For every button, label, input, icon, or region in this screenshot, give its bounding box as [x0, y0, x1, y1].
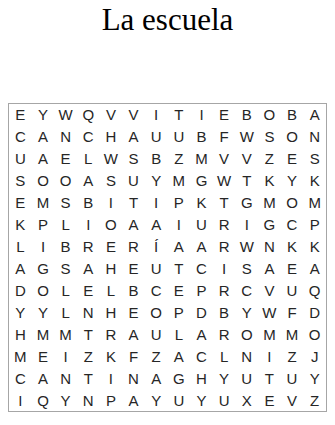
grid-cell[interactable]: Y — [32, 301, 55, 323]
grid-cell[interactable]: S — [303, 148, 326, 170]
grid-cell[interactable]: K — [100, 345, 123, 367]
grid-cell[interactable]: P — [100, 389, 123, 411]
grid-cell[interactable]: M — [32, 323, 55, 345]
grid-cell[interactable]: B — [77, 192, 100, 214]
grid-cell[interactable]: S — [54, 258, 77, 280]
grid-cell[interactable]: L — [100, 279, 123, 301]
grid-cell[interactable]: A — [303, 258, 326, 280]
grid-cell[interactable]: M — [190, 148, 213, 170]
grid-cell[interactable]: L — [54, 214, 77, 236]
grid-cell[interactable]: Z — [167, 148, 190, 170]
grid-cell[interactable]: B — [235, 104, 258, 126]
grid-cell[interactable]: G — [258, 214, 281, 236]
grid-cell[interactable]: V — [258, 279, 281, 301]
grid-cell[interactable]: W — [235, 236, 258, 258]
grid-cell[interactable]: E — [32, 345, 55, 367]
grid-cell[interactable]: S — [54, 192, 77, 214]
grid-cell[interactable]: I — [190, 104, 213, 126]
grid-cell[interactable]: Y — [145, 170, 168, 192]
grid-cell[interactable]: R — [213, 323, 236, 345]
grid-cell[interactable]: A — [145, 367, 168, 389]
grid-cell[interactable]: B — [145, 148, 168, 170]
grid-cell[interactable]: U — [235, 367, 258, 389]
grid-cell[interactable]: A — [122, 214, 145, 236]
grid-cell[interactable]: Y — [9, 301, 32, 323]
grid-cell[interactable]: M — [258, 192, 281, 214]
grid-cell[interactable]: I — [213, 258, 236, 280]
grid-cell[interactable]: B — [281, 104, 304, 126]
grid-cell[interactable]: R — [122, 236, 145, 258]
grid-cell[interactable]: U — [281, 367, 304, 389]
grid-cell[interactable]: I — [100, 367, 123, 389]
grid-cell[interactable]: Y — [190, 389, 213, 411]
grid-cell[interactable]: Y — [281, 170, 304, 192]
grid-cell[interactable]: O — [32, 279, 55, 301]
grid-cell[interactable]: R — [213, 279, 236, 301]
grid-cell[interactable]: E — [122, 301, 145, 323]
grid-cell[interactable]: U — [190, 214, 213, 236]
grid-cell[interactable]: A — [190, 236, 213, 258]
grid-cell[interactable]: Y — [145, 389, 168, 411]
grid-cell[interactable]: M — [281, 323, 304, 345]
grid-cell[interactable]: H — [100, 301, 123, 323]
grid-cell[interactable]: A — [190, 323, 213, 345]
grid-cell[interactable]: P — [167, 301, 190, 323]
grid-cell[interactable]: G — [167, 367, 190, 389]
grid-cell[interactable]: E — [122, 258, 145, 280]
grid-cell[interactable]: E — [9, 104, 32, 126]
grid-cell[interactable]: U — [145, 126, 168, 148]
grid-cell[interactable]: I — [54, 345, 77, 367]
grid-cell[interactable]: M — [167, 170, 190, 192]
grid-cell[interactable]: C — [9, 126, 32, 148]
grid-cell[interactable]: G — [190, 170, 213, 192]
grid-cell[interactable]: U — [167, 389, 190, 411]
word-search-page: La escuela EYWQVVITIEBOBACANCHAUUBFWSONU… — [0, 0, 335, 425]
grid-cell[interactable]: A — [167, 345, 190, 367]
grid-cell[interactable]: P — [32, 214, 55, 236]
grid-cell[interactable]: A — [9, 258, 32, 280]
grid-cell[interactable]: R — [213, 236, 236, 258]
grid-cell[interactable]: T — [77, 367, 100, 389]
grid-cell[interactable]: A — [258, 258, 281, 280]
grid-cell[interactable]: U — [122, 170, 145, 192]
grid-cell[interactable]: H — [100, 258, 123, 280]
grid-cell[interactable]: G — [235, 192, 258, 214]
grid-cell[interactable]: L — [77, 148, 100, 170]
grid-cell[interactable]: N — [122, 367, 145, 389]
grid-cell[interactable]: S — [100, 170, 123, 192]
grid-cell[interactable]: Í — [145, 236, 168, 258]
grid-cell[interactable]: A — [122, 323, 145, 345]
grid-cell[interactable]: V — [213, 148, 236, 170]
grid-cell[interactable]: C — [190, 345, 213, 367]
grid-cell[interactable]: N — [77, 301, 100, 323]
grid-cell[interactable]: R — [77, 236, 100, 258]
grid-cell[interactable]: R — [100, 323, 123, 345]
grid-cell[interactable]: I — [167, 214, 190, 236]
grid-cell[interactable]: T — [235, 170, 258, 192]
grid-cell[interactable]: H — [190, 367, 213, 389]
grid-cell[interactable]: T — [213, 192, 236, 214]
grid-cell[interactable]: I — [145, 192, 168, 214]
grid-cell[interactable]: Y — [213, 367, 236, 389]
grid-cell[interactable]: K — [9, 214, 32, 236]
grid-cell[interactable]: O — [100, 214, 123, 236]
grid-cell[interactable]: Y — [32, 104, 55, 126]
grid-cell[interactable]: A — [303, 104, 326, 126]
grid-cell[interactable]: L — [54, 301, 77, 323]
grid-cell[interactable]: L — [54, 279, 77, 301]
grid-cell[interactable]: Q — [303, 279, 326, 301]
grid-cell[interactable]: T — [77, 323, 100, 345]
grid-cell[interactable]: O — [281, 126, 304, 148]
grid-cell[interactable]: I — [77, 214, 100, 236]
grid-cell[interactable]: M — [303, 192, 326, 214]
grid-cell[interactable]: P — [167, 192, 190, 214]
grid-cell[interactable]: I — [9, 389, 32, 411]
grid-cell[interactable]: V — [235, 148, 258, 170]
grid-cell[interactable]: E — [167, 279, 190, 301]
grid-cell[interactable]: W — [258, 301, 281, 323]
grid-cell[interactable]: C — [9, 367, 32, 389]
grid-cell[interactable]: S — [235, 258, 258, 280]
grid-cell[interactable]: I — [100, 192, 123, 214]
grid-cell[interactable]: Z — [281, 345, 304, 367]
grid-cell[interactable]: C — [235, 279, 258, 301]
grid-cell[interactable]: N — [54, 126, 77, 148]
grid-cell[interactable]: D — [190, 301, 213, 323]
grid-cell[interactable]: A — [167, 236, 190, 258]
grid-cell[interactable]: Q — [32, 389, 55, 411]
grid-cell[interactable]: W — [235, 126, 258, 148]
grid-cell[interactable]: K — [303, 236, 326, 258]
grid-cell[interactable]: K — [281, 236, 304, 258]
grid-cell[interactable]: L — [213, 345, 236, 367]
grid-cell[interactable]: V — [100, 104, 123, 126]
grid-cell[interactable]: B — [190, 126, 213, 148]
grid-cell[interactable]: I — [145, 104, 168, 126]
grid-cell[interactable]: L — [9, 236, 32, 258]
grid-cell[interactable]: U — [9, 148, 32, 170]
grid-cell[interactable]: E — [77, 279, 100, 301]
grid-cell[interactable]: W — [213, 170, 236, 192]
grid-cell[interactable]: U — [145, 323, 168, 345]
puzzle-title: La escuela — [0, 2, 335, 38]
grid-cell[interactable]: Z — [145, 345, 168, 367]
grid-cell[interactable]: E — [281, 258, 304, 280]
grid-cell[interactable]: P — [190, 279, 213, 301]
grid-cell[interactable]: N — [235, 345, 258, 367]
grid-cell[interactable]: U — [213, 389, 236, 411]
grid-cell[interactable]: K — [303, 170, 326, 192]
grid-cell[interactable]: C — [281, 214, 304, 236]
grid-cell[interactable]: I — [235, 214, 258, 236]
grid-cell[interactable]: C — [190, 258, 213, 280]
grid-cell[interactable]: R — [213, 214, 236, 236]
grid-cell[interactable]: A — [77, 170, 100, 192]
grid-cell[interactable]: N — [258, 236, 281, 258]
grid-cell[interactable]: D — [9, 279, 32, 301]
grid-cell[interactable]: N — [303, 126, 326, 148]
grid-cell[interactable]: Y — [303, 367, 326, 389]
grid-cell[interactable]: M — [32, 192, 55, 214]
grid-cell[interactable]: S — [9, 170, 32, 192]
grid-cell[interactable]: U — [167, 126, 190, 148]
grid-cell[interactable]: X — [235, 389, 258, 411]
grid-cell[interactable]: V — [281, 389, 304, 411]
grid-cell[interactable]: O — [32, 170, 55, 192]
grid-cell[interactable]: A — [122, 126, 145, 148]
grid-cell[interactable]: F — [281, 301, 304, 323]
grid-cell[interactable]: U — [145, 258, 168, 280]
grid-cell[interactable]: K — [258, 170, 281, 192]
grid-cell[interactable]: B — [54, 236, 77, 258]
grid-cell[interactable]: C — [77, 126, 100, 148]
grid-cell[interactable]: C — [145, 279, 168, 301]
grid-cell[interactable]: W — [54, 104, 77, 126]
grid-cell[interactable]: K — [190, 192, 213, 214]
grid-cell[interactable]: Z — [303, 389, 326, 411]
grid-cell[interactable]: Z — [258, 148, 281, 170]
grid-cell[interactable]: Q — [77, 104, 100, 126]
word-search-grid: EYWQVVITIEBOBACANCHAUUBFWSONUAELWSBZMVVZ… — [8, 103, 327, 412]
grid-cell[interactable]: B — [213, 301, 236, 323]
grid-cell[interactable]: O — [258, 104, 281, 126]
grid-cell[interactable]: S — [122, 148, 145, 170]
grid-cell[interactable]: F — [213, 126, 236, 148]
grid-cell[interactable]: M — [258, 323, 281, 345]
grid-cell[interactable]: P — [303, 214, 326, 236]
grid-cell[interactable]: U — [281, 279, 304, 301]
grid-cell[interactable]: T — [167, 104, 190, 126]
grid-cell[interactable]: M — [54, 323, 77, 345]
grid-cell[interactable]: N — [54, 367, 77, 389]
grid-cell[interactable]: A — [32, 367, 55, 389]
grid-cell[interactable]: D — [303, 301, 326, 323]
grid-cell[interactable]: I — [32, 236, 55, 258]
grid-cell[interactable]: O — [145, 301, 168, 323]
grid-cell[interactable]: H — [100, 126, 123, 148]
grid-cell[interactable]: E — [213, 104, 236, 126]
grid-cell[interactable]: A — [32, 148, 55, 170]
grid-cell[interactable]: T — [167, 258, 190, 280]
grid-cell[interactable]: E — [100, 236, 123, 258]
grid-cell[interactable]: A — [77, 258, 100, 280]
grid-cell[interactable]: E — [9, 192, 32, 214]
grid-cell[interactable]: J — [303, 345, 326, 367]
grid-cell[interactable]: L — [167, 323, 190, 345]
grid-cell[interactable]: N — [77, 389, 100, 411]
grid-cell[interactable]: Y — [235, 301, 258, 323]
grid-cell[interactable]: H — [9, 323, 32, 345]
grid-cell[interactable]: E — [258, 389, 281, 411]
grid-cell[interactable]: B — [122, 279, 145, 301]
grid-cell[interactable]: S — [258, 126, 281, 148]
grid-cell[interactable]: T — [122, 192, 145, 214]
grid-cell[interactable]: T — [258, 367, 281, 389]
grid-cell[interactable]: O — [281, 192, 304, 214]
grid-cell[interactable]: Z — [77, 345, 100, 367]
grid-cell[interactable]: O — [303, 323, 326, 345]
grid-cell[interactable]: A — [32, 126, 55, 148]
grid-cell[interactable]: O — [235, 323, 258, 345]
grid-cell[interactable]: V — [122, 104, 145, 126]
grid-cell[interactable]: A — [145, 214, 168, 236]
grid-cell[interactable]: A — [122, 389, 145, 411]
grid-cell[interactable]: E — [54, 148, 77, 170]
grid-cell[interactable]: O — [54, 170, 77, 192]
grid-cell[interactable]: W — [100, 148, 123, 170]
grid-cell[interactable]: F — [122, 345, 145, 367]
grid-cell[interactable]: Y — [54, 389, 77, 411]
grid-cell[interactable]: E — [281, 148, 304, 170]
grid-cell[interactable]: I — [258, 345, 281, 367]
grid-cell[interactable]: G — [32, 258, 55, 280]
grid-cell[interactable]: M — [9, 345, 32, 367]
